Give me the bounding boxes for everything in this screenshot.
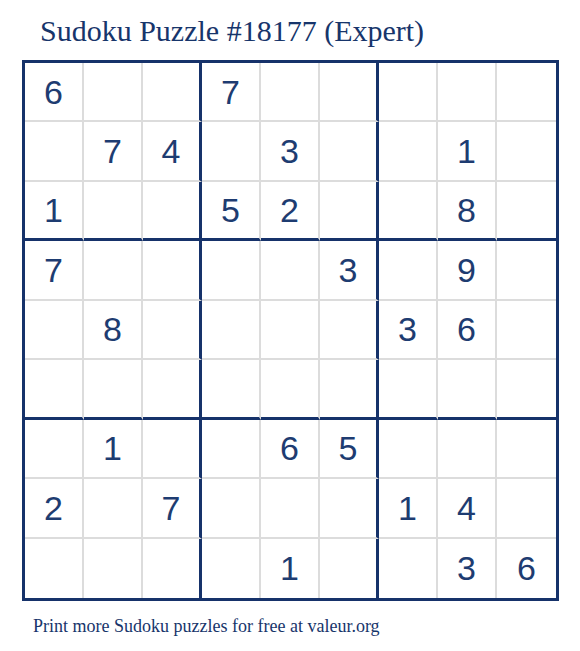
sudoku-cell-r7c7[interactable] (379, 420, 438, 479)
sudoku-cell-r6c4[interactable] (202, 360, 261, 419)
sudoku-cell-r7c2[interactable]: 1 (84, 420, 143, 479)
sudoku-cell-r5c5[interactable] (261, 301, 320, 360)
sudoku-cell-r2c9[interactable] (497, 122, 556, 181)
sudoku-cell-r1c8[interactable] (438, 63, 497, 122)
sudoku-cell-r7c8[interactable] (438, 420, 497, 479)
sudoku-cell-r5c3[interactable] (143, 301, 202, 360)
sudoku-cell-r5c1[interactable] (25, 301, 84, 360)
sudoku-cell-r2c4[interactable] (202, 122, 261, 181)
sudoku-cell-r2c7[interactable] (379, 122, 438, 181)
sudoku-cell-r2c3[interactable]: 4 (143, 122, 202, 181)
sudoku-cell-r5c4[interactable] (202, 301, 261, 360)
sudoku-cell-r7c3[interactable] (143, 420, 202, 479)
sudoku-cell-r9c2[interactable] (84, 539, 143, 598)
sudoku-cell-r3c1[interactable]: 1 (25, 182, 84, 241)
sudoku-cell-r6c3[interactable] (143, 360, 202, 419)
sudoku-cell-r8c7[interactable]: 1 (379, 479, 438, 538)
sudoku-cell-r1c3[interactable] (143, 63, 202, 122)
sudoku-cell-r5c8[interactable]: 6 (438, 301, 497, 360)
sudoku-cell-r9c5[interactable]: 1 (261, 539, 320, 598)
sudoku-cell-r3c9[interactable] (497, 182, 556, 241)
sudoku-cell-r9c7[interactable] (379, 539, 438, 598)
sudoku-cell-r2c5[interactable]: 3 (261, 122, 320, 181)
sudoku-cell-r3c8[interactable]: 8 (438, 182, 497, 241)
sudoku-cell-r9c9[interactable]: 6 (497, 539, 556, 598)
sudoku-cell-r4c5[interactable] (261, 241, 320, 300)
sudoku-cell-r6c2[interactable] (84, 360, 143, 419)
sudoku-cell-r4c9[interactable] (497, 241, 556, 300)
sudoku-cell-r6c5[interactable] (261, 360, 320, 419)
sudoku-cell-r1c9[interactable] (497, 63, 556, 122)
sudoku-cell-r6c7[interactable] (379, 360, 438, 419)
footer-text: Print more Sudoku puzzles for free at va… (33, 616, 380, 637)
sudoku-cell-r3c4[interactable]: 5 (202, 182, 261, 241)
sudoku-cell-r8c4[interactable] (202, 479, 261, 538)
sudoku-cell-r2c1[interactable] (25, 122, 84, 181)
sudoku-cell-r6c6[interactable] (320, 360, 379, 419)
sudoku-cell-r1c6[interactable] (320, 63, 379, 122)
sudoku-cell-r8c9[interactable] (497, 479, 556, 538)
sudoku-cell-r3c5[interactable]: 2 (261, 182, 320, 241)
sudoku-cell-r3c3[interactable] (143, 182, 202, 241)
sudoku-cell-r5c9[interactable] (497, 301, 556, 360)
sudoku-cell-r8c1[interactable]: 2 (25, 479, 84, 538)
sudoku-grid: 67743115287398361652714136 (22, 60, 559, 601)
sudoku-cell-r9c3[interactable] (143, 539, 202, 598)
sudoku-cell-r8c3[interactable]: 7 (143, 479, 202, 538)
sudoku-cell-r4c8[interactable]: 9 (438, 241, 497, 300)
sudoku-cell-r1c4[interactable]: 7 (202, 63, 261, 122)
page-title: Sudoku Puzzle #18177 (Expert) (40, 14, 424, 48)
sudoku-cell-r2c2[interactable]: 7 (84, 122, 143, 181)
sudoku-cell-r7c4[interactable] (202, 420, 261, 479)
sudoku-cell-r5c6[interactable] (320, 301, 379, 360)
sudoku-cell-r7c5[interactable]: 6 (261, 420, 320, 479)
sudoku-cell-r2c6[interactable] (320, 122, 379, 181)
sudoku-cell-r3c6[interactable] (320, 182, 379, 241)
sudoku-cell-r6c8[interactable] (438, 360, 497, 419)
sudoku-cell-r5c2[interactable]: 8 (84, 301, 143, 360)
sudoku-cell-r4c3[interactable] (143, 241, 202, 300)
sudoku-cell-r1c7[interactable] (379, 63, 438, 122)
sudoku-cell-r5c7[interactable]: 3 (379, 301, 438, 360)
sudoku-cell-r6c1[interactable] (25, 360, 84, 419)
sudoku-cell-r4c2[interactable] (84, 241, 143, 300)
sudoku-cell-r7c6[interactable]: 5 (320, 420, 379, 479)
sudoku-cell-r3c2[interactable] (84, 182, 143, 241)
sudoku-cell-r6c9[interactable] (497, 360, 556, 419)
sudoku-cell-r9c4[interactable] (202, 539, 261, 598)
sudoku-cell-r8c8[interactable]: 4 (438, 479, 497, 538)
sudoku-cell-r1c2[interactable] (84, 63, 143, 122)
sudoku-cell-r7c9[interactable] (497, 420, 556, 479)
sudoku-cell-r3c7[interactable] (379, 182, 438, 241)
sudoku-cell-r1c5[interactable] (261, 63, 320, 122)
sudoku-cell-r8c5[interactable] (261, 479, 320, 538)
sudoku-cell-r2c8[interactable]: 1 (438, 122, 497, 181)
sudoku-cell-r7c1[interactable] (25, 420, 84, 479)
sudoku-page: Sudoku Puzzle #18177 (Expert) 6774311528… (0, 0, 580, 651)
sudoku-cell-r4c4[interactable] (202, 241, 261, 300)
sudoku-cell-r9c6[interactable] (320, 539, 379, 598)
sudoku-cell-r9c1[interactable] (25, 539, 84, 598)
sudoku-cell-r8c6[interactable] (320, 479, 379, 538)
sudoku-cell-r9c8[interactable]: 3 (438, 539, 497, 598)
sudoku-cell-r4c7[interactable] (379, 241, 438, 300)
sudoku-cell-r8c2[interactable] (84, 479, 143, 538)
sudoku-cell-r1c1[interactable]: 6 (25, 63, 84, 122)
sudoku-cell-r4c6[interactable]: 3 (320, 241, 379, 300)
sudoku-cell-r4c1[interactable]: 7 (25, 241, 84, 300)
